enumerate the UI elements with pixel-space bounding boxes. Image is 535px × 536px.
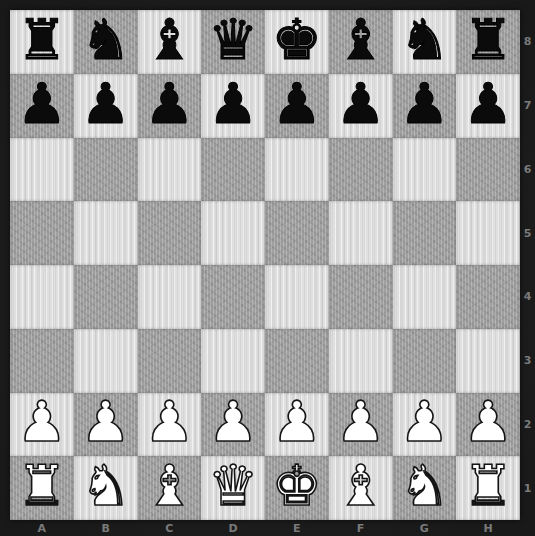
square-a7[interactable]: ♟	[10, 74, 74, 138]
square-c3[interactable]	[138, 329, 202, 393]
square-h6[interactable]	[456, 138, 520, 202]
square-h4[interactable]	[456, 265, 520, 329]
square-a4[interactable]	[10, 265, 74, 329]
file-label-d: D	[201, 520, 265, 536]
square-a3[interactable]	[10, 329, 74, 393]
rank-label-2: 2	[520, 393, 535, 457]
file-label-c: C	[138, 520, 202, 536]
square-a5[interactable]	[10, 201, 74, 265]
square-c8[interactable]: ♝	[138, 10, 202, 74]
square-e4[interactable]	[265, 265, 329, 329]
piece-black-pawn[interactable]: ♟	[144, 76, 194, 132]
square-h5[interactable]	[456, 201, 520, 265]
square-f3[interactable]	[329, 329, 393, 393]
square-g1[interactable]: ♞	[393, 456, 457, 520]
piece-white-bishop[interactable]: ♝	[336, 458, 386, 514]
piece-black-queen[interactable]: ♛	[208, 12, 258, 68]
file-label-e: E	[265, 520, 329, 536]
rank-label-6: 6	[520, 138, 535, 202]
square-a2[interactable]: ♟	[10, 393, 74, 457]
square-e7[interactable]: ♟	[265, 74, 329, 138]
rank-labels: 87654321	[520, 10, 535, 520]
square-b2[interactable]: ♟	[74, 393, 138, 457]
square-b4[interactable]	[74, 265, 138, 329]
piece-black-pawn[interactable]: ♟	[17, 76, 67, 132]
square-f6[interactable]	[329, 138, 393, 202]
file-label-a: A	[10, 520, 74, 536]
square-f2[interactable]: ♟	[329, 393, 393, 457]
square-d6[interactable]	[201, 138, 265, 202]
square-d4[interactable]	[201, 265, 265, 329]
piece-white-knight[interactable]: ♞	[81, 458, 131, 514]
square-g5[interactable]	[393, 201, 457, 265]
piece-black-rook[interactable]: ♜	[463, 12, 513, 68]
square-e6[interactable]	[265, 138, 329, 202]
piece-black-pawn[interactable]: ♟	[399, 76, 449, 132]
square-c6[interactable]	[138, 138, 202, 202]
square-h2[interactable]: ♟	[456, 393, 520, 457]
square-c7[interactable]: ♟	[138, 74, 202, 138]
piece-white-rook[interactable]: ♜	[17, 458, 67, 514]
piece-white-pawn[interactable]: ♟	[17, 394, 67, 450]
square-g8[interactable]: ♞	[393, 10, 457, 74]
piece-black-knight[interactable]: ♞	[399, 12, 449, 68]
square-c2[interactable]: ♟	[138, 393, 202, 457]
square-h3[interactable]	[456, 329, 520, 393]
square-c5[interactable]	[138, 201, 202, 265]
square-f5[interactable]	[329, 201, 393, 265]
square-e8[interactable]: ♚	[265, 10, 329, 74]
rank-label-1: 1	[520, 456, 535, 520]
square-f4[interactable]	[329, 265, 393, 329]
file-label-f: F	[329, 520, 393, 536]
board: ♜♞♝♛♚♝♞♜♟♟♟♟♟♟♟♟♟♟♟♟♟♟♟♟♜♞♝♛♚♝♞♜	[10, 10, 520, 520]
piece-white-rook[interactable]: ♜	[463, 458, 513, 514]
square-d7[interactable]: ♟	[201, 74, 265, 138]
square-g3[interactable]	[393, 329, 457, 393]
square-b7[interactable]: ♟	[74, 74, 138, 138]
square-d3[interactable]	[201, 329, 265, 393]
square-d2[interactable]: ♟	[201, 393, 265, 457]
square-b8[interactable]: ♞	[74, 10, 138, 74]
file-labels: ABCDEFGH	[10, 520, 520, 536]
rank-label-4: 4	[520, 265, 535, 329]
square-b1[interactable]: ♞	[74, 456, 138, 520]
piece-white-pawn[interactable]: ♟	[208, 394, 258, 450]
piece-black-knight[interactable]: ♞	[81, 12, 131, 68]
square-c4[interactable]	[138, 265, 202, 329]
square-d5[interactable]	[201, 201, 265, 265]
square-h1[interactable]: ♜	[456, 456, 520, 520]
square-f7[interactable]: ♟	[329, 74, 393, 138]
square-h7[interactable]: ♟	[456, 74, 520, 138]
piece-white-bishop[interactable]: ♝	[144, 458, 194, 514]
file-label-b: B	[74, 520, 138, 536]
square-e2[interactable]: ♟	[265, 393, 329, 457]
square-g6[interactable]	[393, 138, 457, 202]
square-b3[interactable]	[74, 329, 138, 393]
square-g7[interactable]: ♟	[393, 74, 457, 138]
piece-black-pawn[interactable]: ♟	[208, 76, 258, 132]
piece-white-knight[interactable]: ♞	[399, 458, 449, 514]
piece-white-pawn[interactable]: ♟	[81, 394, 131, 450]
rank-label-5: 5	[520, 201, 535, 265]
square-d8[interactable]: ♛	[201, 10, 265, 74]
piece-white-pawn[interactable]: ♟	[336, 394, 386, 450]
square-a8[interactable]: ♜	[10, 10, 74, 74]
file-label-g: G	[393, 520, 457, 536]
piece-white-pawn[interactable]: ♟	[399, 394, 449, 450]
piece-white-king[interactable]: ♚	[272, 458, 322, 514]
square-b5[interactable]	[74, 201, 138, 265]
square-f1[interactable]: ♝	[329, 456, 393, 520]
square-f8[interactable]: ♝	[329, 10, 393, 74]
piece-white-queen[interactable]: ♛	[208, 458, 258, 514]
piece-white-pawn[interactable]: ♟	[144, 394, 194, 450]
piece-black-king[interactable]: ♚	[272, 12, 322, 68]
rank-label-8: 8	[520, 10, 535, 74]
piece-black-pawn[interactable]: ♟	[463, 76, 513, 132]
piece-black-pawn[interactable]: ♟	[272, 76, 322, 132]
rank-label-3: 3	[520, 329, 535, 393]
square-c1[interactable]: ♝	[138, 456, 202, 520]
piece-black-bishop[interactable]: ♝	[144, 12, 194, 68]
square-b6[interactable]	[74, 138, 138, 202]
square-e5[interactable]	[265, 201, 329, 265]
square-a1[interactable]: ♜	[10, 456, 74, 520]
square-h8[interactable]: ♜	[456, 10, 520, 74]
square-a6[interactable]	[10, 138, 74, 202]
file-label-h: H	[456, 520, 520, 536]
piece-black-bishop[interactable]: ♝	[336, 12, 386, 68]
rank-label-7: 7	[520, 74, 535, 138]
square-g2[interactable]: ♟	[393, 393, 457, 457]
piece-white-pawn[interactable]: ♟	[463, 394, 513, 450]
square-d1[interactable]: ♛	[201, 456, 265, 520]
square-e1[interactable]: ♚	[265, 456, 329, 520]
piece-black-pawn[interactable]: ♟	[81, 76, 131, 132]
square-g4[interactable]	[393, 265, 457, 329]
piece-black-pawn[interactable]: ♟	[336, 76, 386, 132]
chess-app-stage: ♜♞♝♛♚♝♞♜♟♟♟♟♟♟♟♟♟♟♟♟♟♟♟♟♜♞♝♛♚♝♞♜ 8765432…	[0, 0, 535, 536]
piece-black-rook[interactable]: ♜	[17, 12, 67, 68]
square-e3[interactable]	[265, 329, 329, 393]
piece-white-pawn[interactable]: ♟	[272, 394, 322, 450]
